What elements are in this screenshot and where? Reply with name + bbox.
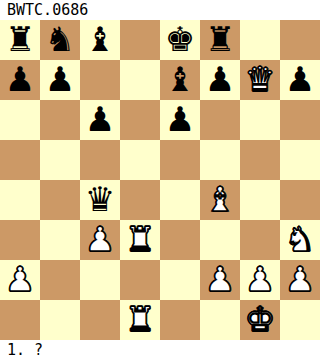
- square-b6[interactable]: [40, 100, 80, 140]
- white-pawn-piece: ♟: [5, 260, 35, 299]
- square-c1[interactable]: [80, 300, 120, 340]
- square-b7[interactable]: ♟: [40, 60, 80, 100]
- square-a8[interactable]: ♜: [0, 20, 40, 60]
- square-d4[interactable]: [120, 180, 160, 220]
- black-pawn-piece: ♟: [5, 60, 35, 99]
- white-queen-piece: ♛: [245, 60, 275, 99]
- square-e2[interactable]: [160, 260, 200, 300]
- square-b4[interactable]: [40, 180, 80, 220]
- white-pawn-piece: ♟: [245, 260, 275, 299]
- square-c6[interactable]: ♟: [80, 100, 120, 140]
- square-e5[interactable]: [160, 140, 200, 180]
- square-f7[interactable]: ♟: [200, 60, 240, 100]
- black-knight-piece: ♞: [45, 20, 75, 59]
- white-rook-piece: ♜: [125, 220, 155, 259]
- square-e8[interactable]: ♚: [160, 20, 200, 60]
- square-e3[interactable]: [160, 220, 200, 260]
- square-b8[interactable]: ♞: [40, 20, 80, 60]
- square-a5[interactable]: [0, 140, 40, 180]
- square-f3[interactable]: [200, 220, 240, 260]
- square-g1[interactable]: ♚: [240, 300, 280, 340]
- black-rook-piece: ♜: [205, 20, 235, 59]
- square-g6[interactable]: [240, 100, 280, 140]
- black-pawn-piece: ♟: [205, 60, 235, 99]
- square-d6[interactable]: [120, 100, 160, 140]
- white-pawn-piece: ♟: [205, 260, 235, 299]
- square-h6[interactable]: [280, 100, 320, 140]
- black-rook-piece: ♜: [5, 20, 35, 59]
- square-d2[interactable]: [120, 260, 160, 300]
- black-queen-piece: ♛: [85, 180, 115, 219]
- chess-board: ♜♞♝♚♜♟♟♝♟♛♟♟♟♛♝♟♜♞♟♟♟♟♜♚: [0, 20, 320, 340]
- black-pawn-piece: ♟: [45, 60, 75, 99]
- square-e6[interactable]: ♟: [160, 100, 200, 140]
- square-c4[interactable]: ♛: [80, 180, 120, 220]
- black-pawn-piece: ♟: [285, 60, 315, 99]
- square-e1[interactable]: [160, 300, 200, 340]
- square-f4[interactable]: ♝: [200, 180, 240, 220]
- black-bishop-piece: ♝: [165, 60, 195, 99]
- square-g4[interactable]: [240, 180, 280, 220]
- square-h3[interactable]: ♞: [280, 220, 320, 260]
- square-a1[interactable]: [0, 300, 40, 340]
- square-g7[interactable]: ♛: [240, 60, 280, 100]
- square-a2[interactable]: ♟: [0, 260, 40, 300]
- square-g2[interactable]: ♟: [240, 260, 280, 300]
- white-bishop-piece: ♝: [205, 180, 235, 219]
- square-f1[interactable]: [200, 300, 240, 340]
- square-c3[interactable]: ♟: [80, 220, 120, 260]
- square-h2[interactable]: ♟: [280, 260, 320, 300]
- square-c8[interactable]: ♝: [80, 20, 120, 60]
- white-pawn-piece: ♟: [85, 220, 115, 259]
- square-a6[interactable]: [0, 100, 40, 140]
- square-d7[interactable]: [120, 60, 160, 100]
- black-pawn-piece: ♟: [165, 100, 195, 139]
- square-c2[interactable]: [80, 260, 120, 300]
- square-g5[interactable]: [240, 140, 280, 180]
- square-c7[interactable]: [80, 60, 120, 100]
- black-pawn-piece: ♟: [85, 100, 115, 139]
- square-a3[interactable]: [0, 220, 40, 260]
- square-d8[interactable]: [120, 20, 160, 60]
- black-king-piece: ♚: [165, 20, 195, 59]
- square-a7[interactable]: ♟: [0, 60, 40, 100]
- square-b1[interactable]: [40, 300, 80, 340]
- square-d1[interactable]: ♜: [120, 300, 160, 340]
- square-c5[interactable]: [80, 140, 120, 180]
- square-b2[interactable]: [40, 260, 80, 300]
- white-knight-piece: ♞: [285, 220, 315, 259]
- white-rook-piece: ♜: [125, 300, 155, 339]
- white-pawn-piece: ♟: [285, 260, 315, 299]
- square-h5[interactable]: [280, 140, 320, 180]
- move-prompt: 1. ?: [0, 340, 320, 360]
- square-f2[interactable]: ♟: [200, 260, 240, 300]
- square-b5[interactable]: [40, 140, 80, 180]
- square-g8[interactable]: [240, 20, 280, 60]
- square-e4[interactable]: [160, 180, 200, 220]
- black-bishop-piece: ♝: [85, 20, 115, 59]
- square-b3[interactable]: [40, 220, 80, 260]
- square-h7[interactable]: ♟: [280, 60, 320, 100]
- white-king-piece: ♚: [245, 300, 275, 339]
- square-h4[interactable]: [280, 180, 320, 220]
- square-f6[interactable]: [200, 100, 240, 140]
- square-h8[interactable]: [280, 20, 320, 60]
- square-f8[interactable]: ♜: [200, 20, 240, 60]
- square-h1[interactable]: [280, 300, 320, 340]
- puzzle-id-title: BWTC.0686: [0, 0, 320, 20]
- square-d5[interactable]: [120, 140, 160, 180]
- square-f5[interactable]: [200, 140, 240, 180]
- square-g3[interactable]: [240, 220, 280, 260]
- square-d3[interactable]: ♜: [120, 220, 160, 260]
- square-e7[interactable]: ♝: [160, 60, 200, 100]
- square-a4[interactable]: [0, 180, 40, 220]
